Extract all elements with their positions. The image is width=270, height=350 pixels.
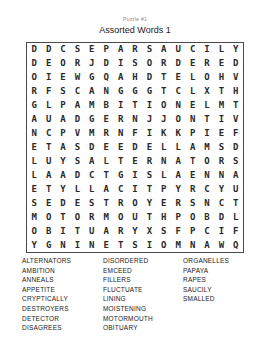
word-list-item: PAPAYA bbox=[183, 266, 266, 276]
grid-cell-r10c3: A bbox=[56, 168, 70, 182]
grid-cell-r15c3: N bbox=[56, 238, 70, 252]
grid-cell-r7c12: P bbox=[185, 127, 199, 141]
grid-cell-r6c4: D bbox=[70, 113, 84, 127]
grid-cell-r4c12: L bbox=[185, 85, 199, 99]
grid-cell-r2c4: R bbox=[70, 57, 84, 71]
grid-cell-r9c7: T bbox=[113, 154, 127, 168]
grid-cell-r11c3: Y bbox=[56, 182, 70, 196]
grid-cell-r5c13: L bbox=[200, 99, 214, 113]
grid-cell-r9c3: Y bbox=[56, 154, 70, 168]
grid-cell-r15c8: S bbox=[128, 238, 142, 252]
grid-cell-r9c2: U bbox=[41, 154, 55, 168]
word-list-column: DISORDEREDEMCEEDFILLERSFLUCTUATELININGMO… bbox=[103, 256, 183, 333]
grid-cell-r11c14: Y bbox=[214, 182, 228, 196]
grid-cell-r2c3: O bbox=[56, 57, 70, 71]
grid-cell-r6c2: U bbox=[41, 113, 55, 127]
grid-cell-r15c1: Y bbox=[27, 238, 41, 252]
grid-cell-r13c7: O bbox=[113, 210, 127, 224]
grid-cell-r7c7: N bbox=[113, 127, 127, 141]
grid-cell-r1c10: A bbox=[157, 43, 171, 57]
grid-cell-r15c6: E bbox=[99, 238, 113, 252]
grid-cell-r13c15: L bbox=[229, 210, 243, 224]
word-list-item: APPETITE bbox=[22, 285, 103, 295]
grid-cell-r3c7: A bbox=[113, 71, 127, 85]
word-list: ALTERNATORSAMBITIONANNEALSAPPETITECRYPTI… bbox=[22, 256, 266, 333]
grid-cell-r12c4: E bbox=[70, 196, 84, 210]
grid-cell-r6c15: V bbox=[229, 113, 243, 127]
word-list-item: SMALLED bbox=[183, 294, 266, 304]
word-list-item: ORGANELLES bbox=[183, 256, 266, 266]
grid-cell-r13c9: T bbox=[142, 210, 156, 224]
grid-cell-r3c11: E bbox=[171, 71, 185, 85]
word-list-item: ANNEALS bbox=[22, 275, 103, 285]
grid-cell-r7c9: I bbox=[142, 127, 156, 141]
grid-cell-r13c3: T bbox=[56, 210, 70, 224]
word-list-item: OBITUARY bbox=[103, 323, 183, 333]
grid-cell-r15c10: O bbox=[157, 238, 171, 252]
grid-cell-r4c11: C bbox=[171, 85, 185, 99]
grid-cell-r14c9: X bbox=[142, 224, 156, 238]
grid-cell-r6c3: A bbox=[56, 113, 70, 127]
grid-cell-r15c12: N bbox=[185, 238, 199, 252]
grid-cell-r14c11: F bbox=[171, 224, 185, 238]
grid-cell-r4c2: F bbox=[41, 85, 55, 99]
grid-cell-r8c2: T bbox=[41, 141, 55, 155]
grid-cell-r3c15: V bbox=[229, 71, 243, 85]
grid-cell-r3c13: O bbox=[200, 71, 214, 85]
grid-cell-r10c11: A bbox=[171, 168, 185, 182]
grid-cell-r4c14: T bbox=[214, 85, 228, 99]
grid-cell-r4c9: G bbox=[142, 85, 156, 99]
grid-cell-r4c6: N bbox=[99, 85, 113, 99]
puzzle-page: Puzzle #1 Assorted Words 1 DDCSEPARSAUCI… bbox=[0, 0, 270, 350]
grid-cell-r3c4: W bbox=[70, 71, 84, 85]
grid-cell-r8c9: E bbox=[142, 141, 156, 155]
grid-cell-r8c5: D bbox=[85, 141, 99, 155]
word-list-item: LINING bbox=[103, 294, 183, 304]
grid-cell-r9c13: O bbox=[200, 154, 214, 168]
grid-cell-r6c13: T bbox=[200, 113, 214, 127]
grid-cell-r1c6: P bbox=[99, 43, 113, 57]
grid-cell-r5c3: P bbox=[56, 99, 70, 113]
grid-cell-r8c7: E bbox=[113, 141, 127, 155]
grid-cell-r1c9: S bbox=[142, 43, 156, 57]
grid-cell-r6c7: R bbox=[113, 113, 127, 127]
puzzle-number-label: Puzzle #1 bbox=[0, 16, 270, 22]
grid-cell-r4c4: C bbox=[70, 85, 84, 99]
grid-cell-r3c10: T bbox=[157, 71, 171, 85]
grid-cell-r13c12: O bbox=[185, 210, 199, 224]
grid-cell-r10c8: I bbox=[128, 168, 142, 182]
grid-cell-r11c12: R bbox=[185, 182, 199, 196]
grid-cell-r1c11: U bbox=[171, 43, 185, 57]
grid-cell-r4c7: G bbox=[113, 85, 127, 99]
grid-cell-r5c10: O bbox=[157, 99, 171, 113]
page-title: Assorted Words 1 bbox=[0, 25, 270, 35]
grid-cell-r5c15: T bbox=[229, 99, 243, 113]
grid-cell-r6c12: N bbox=[185, 113, 199, 127]
grid-cell-r5c1: G bbox=[27, 99, 41, 113]
word-search-grid: DDCSEPARSAUCILYDEORJDISORDEREDOIEWGQAHDT… bbox=[26, 42, 244, 253]
grid-cell-r3c9: D bbox=[142, 71, 156, 85]
grid-cell-r15c2: G bbox=[41, 238, 55, 252]
word-list-item: MOISTENING bbox=[103, 304, 183, 314]
grid-cell-r7c11: K bbox=[171, 127, 185, 141]
grid-cell-r15c9: I bbox=[142, 238, 156, 252]
grid-cell-r9c8: E bbox=[128, 154, 142, 168]
grid-cell-r1c2: D bbox=[41, 43, 55, 57]
grid-cell-r2c5: J bbox=[85, 57, 99, 71]
grid-cell-r9c5: A bbox=[85, 154, 99, 168]
word-list-item: MOTORMOUTH bbox=[103, 314, 183, 324]
grid-cell-r12c1: S bbox=[27, 196, 41, 210]
grid-cell-r15c4: I bbox=[70, 238, 84, 252]
grid-cell-r13c14: D bbox=[214, 210, 228, 224]
grid-cell-r1c12: C bbox=[185, 43, 199, 57]
word-list-item: DETECTOR bbox=[22, 314, 103, 324]
grid-cell-r12c14: C bbox=[214, 196, 228, 210]
grid-cell-r9c11: A bbox=[171, 154, 185, 168]
grid-cell-r1c5: E bbox=[85, 43, 99, 57]
grid-cell-r13c5: R bbox=[85, 210, 99, 224]
grid-cell-r8c14: S bbox=[214, 141, 228, 155]
grid-cell-r2c9: O bbox=[142, 57, 156, 71]
grid-cell-r13c4: O bbox=[70, 210, 84, 224]
word-list-item: ALTERNATORS bbox=[22, 256, 103, 266]
grid-cell-r12c3: D bbox=[56, 196, 70, 210]
grid-cell-r5c6: B bbox=[99, 99, 113, 113]
grid-cell-r11c2: T bbox=[41, 182, 55, 196]
grid-cell-r4c8: G bbox=[128, 85, 142, 99]
grid-cell-r10c5: C bbox=[85, 168, 99, 182]
grid-cell-r9c12: T bbox=[185, 154, 199, 168]
grid-cell-r12c7: R bbox=[113, 196, 127, 210]
grid-cell-r14c8: Y bbox=[128, 224, 142, 238]
grid-cell-r12c8: O bbox=[128, 196, 142, 210]
grid-cell-r10c10: L bbox=[157, 168, 171, 182]
grid-cell-r2c11: D bbox=[171, 57, 185, 71]
grid-cell-r5c9: I bbox=[142, 99, 156, 113]
grid-cell-r10c9: S bbox=[142, 168, 156, 182]
grid-cell-r14c10: S bbox=[157, 224, 171, 238]
word-list-item: SAUCILY bbox=[183, 285, 266, 295]
grid-cell-r11c10: P bbox=[157, 182, 171, 196]
grid-cell-r5c2: L bbox=[41, 99, 55, 113]
grid-cell-r11c6: A bbox=[99, 182, 113, 196]
grid-cell-r8c1: E bbox=[27, 141, 41, 155]
grid-cell-r15c15: Q bbox=[229, 238, 243, 252]
grid-cell-r10c14: N bbox=[214, 168, 228, 182]
grid-cell-r2c13: R bbox=[200, 57, 214, 71]
grid-cell-r4c3: S bbox=[56, 85, 70, 99]
word-list-item: AMBITION bbox=[22, 266, 103, 276]
grid-cell-r12c10: E bbox=[157, 196, 171, 210]
grid-cell-r15c7: T bbox=[113, 238, 127, 252]
grid-cell-r12c11: R bbox=[171, 196, 185, 210]
grid-cell-r8c12: A bbox=[185, 141, 199, 155]
grid-cell-r9c1: L bbox=[27, 154, 41, 168]
grid-cell-r11c1: E bbox=[27, 182, 41, 196]
grid-cell-r10c2: A bbox=[41, 168, 55, 182]
grid-cell-r15c14: W bbox=[214, 238, 228, 252]
word-list-item: DISORDERED bbox=[103, 256, 183, 266]
word-list-item: EMCEED bbox=[103, 266, 183, 276]
grid-cell-r8c13: M bbox=[200, 141, 214, 155]
grid-cell-r7c5: M bbox=[85, 127, 99, 141]
grid-cell-r4c10: T bbox=[157, 85, 171, 99]
word-list-item: DESTROYERS bbox=[22, 304, 103, 314]
grid-cell-r3c12: L bbox=[185, 71, 199, 85]
grid-cell-r14c5: U bbox=[85, 224, 99, 238]
grid-cell-r3c14: H bbox=[214, 71, 228, 85]
grid-cell-r5c4: A bbox=[70, 99, 84, 113]
grid-cell-r7c14: E bbox=[214, 127, 228, 141]
grid-cell-r11c9: T bbox=[142, 182, 156, 196]
word-list-item: DISAGREES bbox=[22, 323, 103, 333]
grid-cell-r14c3: I bbox=[56, 224, 70, 238]
grid-cell-r10c13: N bbox=[200, 168, 214, 182]
grid-cell-r1c14: L bbox=[214, 43, 228, 57]
grid-cell-r14c2: B bbox=[41, 224, 55, 238]
grid-cell-r8c11: L bbox=[171, 141, 185, 155]
grid-cell-r2c2: E bbox=[41, 57, 55, 71]
grid-cell-r5c11: N bbox=[171, 99, 185, 113]
grid-cell-r10c6: T bbox=[99, 168, 113, 182]
word-list-column: ORGANELLESPAPAYARAPESSAUCILYSMALLED bbox=[183, 256, 266, 333]
grid-cell-r1c1: D bbox=[27, 43, 41, 57]
grid-cell-r2c12: E bbox=[185, 57, 199, 71]
grid-cell-r14c14: I bbox=[214, 224, 228, 238]
grid-cell-r8c10: L bbox=[157, 141, 171, 155]
grid-cell-r3c5: G bbox=[85, 71, 99, 85]
grid-cell-r14c4: T bbox=[70, 224, 84, 238]
grid-cell-r12c9: Y bbox=[142, 196, 156, 210]
grid-cell-r13c13: B bbox=[200, 210, 214, 224]
grid-cell-r12c6: T bbox=[99, 196, 113, 210]
grid-cell-r2c10: R bbox=[157, 57, 171, 71]
grid-cell-r7c4: V bbox=[70, 127, 84, 141]
grid-cell-r14c12: P bbox=[185, 224, 199, 238]
grid-cell-r2c6: D bbox=[99, 57, 113, 71]
grid-cell-r14c6: A bbox=[99, 224, 113, 238]
grid-cell-r6c11: O bbox=[171, 113, 185, 127]
word-list-item: CRYPTICALLY bbox=[22, 294, 103, 304]
grid-cell-r1c8: R bbox=[128, 43, 142, 57]
grid-cell-r1c3: C bbox=[56, 43, 70, 57]
grid-cell-r11c11: Y bbox=[171, 182, 185, 196]
grid-cell-r12c2: E bbox=[41, 196, 55, 210]
grid-cell-r6c1: A bbox=[27, 113, 41, 127]
grid-cell-r1c15: Y bbox=[229, 43, 243, 57]
grid-cell-r4c13: X bbox=[200, 85, 214, 99]
grid-cell-r8c15: D bbox=[229, 141, 243, 155]
grid-cell-r15c13: A bbox=[200, 238, 214, 252]
grid-cell-r2c15: D bbox=[229, 57, 243, 71]
grid-cell-r11c7: C bbox=[113, 182, 127, 196]
grid-cell-r1c4: S bbox=[70, 43, 84, 57]
grid-cell-r7c1: N bbox=[27, 127, 41, 141]
grid-cell-r4c15: H bbox=[229, 85, 243, 99]
grid-cell-r4c5: A bbox=[85, 85, 99, 99]
grid-cell-r11c4: L bbox=[70, 182, 84, 196]
grid-cell-r2c8: S bbox=[128, 57, 142, 71]
grid-cell-r15c5: N bbox=[85, 238, 99, 252]
word-list-column: ALTERNATORSAMBITIONANNEALSAPPETITECRYPTI… bbox=[22, 256, 103, 333]
grid-cell-r7c15: F bbox=[229, 127, 243, 141]
grid-cell-r15c11: M bbox=[171, 238, 185, 252]
grid-cell-r5c12: E bbox=[185, 99, 199, 113]
grid-cell-r10c12: E bbox=[185, 168, 199, 182]
grid-cell-r5c14: M bbox=[214, 99, 228, 113]
grid-cell-r3c2: I bbox=[41, 71, 55, 85]
grid-cell-r13c8: U bbox=[128, 210, 142, 224]
grid-cell-r2c7: I bbox=[113, 57, 127, 71]
grid-cell-r6c6: E bbox=[99, 113, 113, 127]
grid-cell-r10c15: A bbox=[229, 168, 243, 182]
grid-cell-r1c7: A bbox=[113, 43, 127, 57]
grid-cell-r7c8: F bbox=[128, 127, 142, 141]
grid-cell-r12c5: S bbox=[85, 196, 99, 210]
grid-cell-r10c4: D bbox=[70, 168, 84, 182]
word-list-item: FILLERS bbox=[103, 275, 183, 285]
grid-cell-r5c5: M bbox=[85, 99, 99, 113]
grid-cell-r7c13: I bbox=[200, 127, 214, 141]
grid-cell-r6c5: G bbox=[85, 113, 99, 127]
grid-cell-r9c9: R bbox=[142, 154, 156, 168]
grid-cell-r5c7: I bbox=[113, 99, 127, 113]
grid-cell-r3c6: Q bbox=[99, 71, 113, 85]
grid-cell-r3c8: H bbox=[128, 71, 142, 85]
word-list-item: RAPES bbox=[183, 275, 266, 285]
grid-cell-r11c5: L bbox=[85, 182, 99, 196]
grid-cell-r9c6: L bbox=[99, 154, 113, 168]
grid-cell-r7c3: P bbox=[56, 127, 70, 141]
word-list-item: FLUCTUATE bbox=[103, 285, 183, 295]
grid-cell-r10c1: L bbox=[27, 168, 41, 182]
grid-cell-r2c1: D bbox=[27, 57, 41, 71]
grid-cell-r13c6: M bbox=[99, 210, 113, 224]
grid-cell-r11c8: I bbox=[128, 182, 142, 196]
grid-cell-r13c2: O bbox=[41, 210, 55, 224]
grid-cell-r9c15: S bbox=[229, 154, 243, 168]
grid-cell-r1c13: I bbox=[200, 43, 214, 57]
grid-cell-r12c15: T bbox=[229, 196, 243, 210]
grid-cell-r3c3: E bbox=[56, 71, 70, 85]
grid-cell-r10c7: G bbox=[113, 168, 127, 182]
grid-cell-r12c13: N bbox=[200, 196, 214, 210]
grid-cell-r9c4: S bbox=[70, 154, 84, 168]
grid-cell-r2c14: E bbox=[214, 57, 228, 71]
grid-cell-r6c10: J bbox=[157, 113, 171, 127]
grid-cell-r9c10: N bbox=[157, 154, 171, 168]
grid-cell-r7c10: K bbox=[157, 127, 171, 141]
grid-cell-r14c15: F bbox=[229, 224, 243, 238]
grid-cell-r14c13: C bbox=[200, 224, 214, 238]
grid-cell-r14c7: R bbox=[113, 224, 127, 238]
grid-cell-r7c2: C bbox=[41, 127, 55, 141]
grid-cell-r6c8: N bbox=[128, 113, 142, 127]
grid-cell-r8c3: A bbox=[56, 141, 70, 155]
grid-cell-r6c9: J bbox=[142, 113, 156, 127]
grid-cell-r11c13: C bbox=[200, 182, 214, 196]
grid-cell-r8c4: S bbox=[70, 141, 84, 155]
grid-cell-r13c1: M bbox=[27, 210, 41, 224]
grid-cell-r6c14: I bbox=[214, 113, 228, 127]
grid-cell-r5c8: T bbox=[128, 99, 142, 113]
grid-cell-r7c6: R bbox=[99, 127, 113, 141]
grid-cell-r12c12: S bbox=[185, 196, 199, 210]
grid-cell-r13c10: H bbox=[157, 210, 171, 224]
grid-cell-r3c1: O bbox=[27, 71, 41, 85]
grid-cell-r9c14: R bbox=[214, 154, 228, 168]
grid-cell-r8c8: D bbox=[128, 141, 142, 155]
grid-cell-r4c1: R bbox=[27, 85, 41, 99]
grid-cell-r13c11: P bbox=[171, 210, 185, 224]
grid-cell-r14c1: O bbox=[27, 224, 41, 238]
grid-cell-r11c15: U bbox=[229, 182, 243, 196]
grid-cell-r8c6: E bbox=[99, 141, 113, 155]
